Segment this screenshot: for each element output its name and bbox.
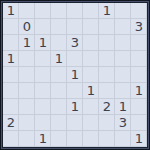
cell-r5c1[interactable] (19, 83, 35, 99)
cell-r2c6[interactable] (99, 35, 115, 51)
board-frame: 1103113111111212311 (0, 0, 150, 150)
cell-r7c8[interactable] (131, 115, 147, 131)
cell-r8c7[interactable] (115, 131, 131, 147)
cell-r4c0[interactable] (3, 67, 19, 83)
clue-cell-r3c0[interactable]: 1 (3, 51, 19, 67)
cell-r1c7[interactable] (115, 19, 131, 35)
cell-r3c8[interactable] (131, 51, 147, 67)
cell-r1c3[interactable] (51, 19, 67, 35)
cell-r6c0[interactable] (3, 99, 19, 115)
clue-cell-r2c1[interactable]: 1 (19, 35, 35, 51)
clue-cell-r0c0[interactable]: 1 (3, 3, 19, 19)
clue-cell-r7c7[interactable]: 3 (115, 115, 131, 131)
cell-r4c2[interactable] (35, 67, 51, 83)
clue-cell-r1c8[interactable]: 3 (131, 19, 147, 35)
cell-r3c7[interactable] (115, 51, 131, 67)
cell-r7c4[interactable] (67, 115, 83, 131)
cell-r4c5[interactable] (83, 67, 99, 83)
cell-r7c1[interactable] (19, 115, 35, 131)
cell-r6c3[interactable] (51, 99, 67, 115)
clue-cell-r3c3[interactable]: 1 (51, 51, 67, 67)
cell-r0c8[interactable] (131, 3, 147, 19)
cell-r6c8[interactable] (131, 99, 147, 115)
cell-r7c6[interactable] (99, 115, 115, 131)
cell-r6c2[interactable] (35, 99, 51, 115)
cell-r8c1[interactable] (19, 131, 35, 147)
cell-r4c7[interactable] (115, 67, 131, 83)
cell-r2c0[interactable] (3, 35, 19, 51)
clue-cell-r4c4[interactable]: 1 (67, 67, 83, 83)
clue-cell-r6c4[interactable]: 1 (67, 99, 83, 115)
cell-r1c5[interactable] (83, 19, 99, 35)
cell-r0c7[interactable] (115, 3, 131, 19)
clue-cell-r8c2[interactable]: 1 (35, 131, 51, 147)
cell-r8c5[interactable] (83, 131, 99, 147)
cell-r8c3[interactable] (51, 131, 67, 147)
cell-r5c3[interactable] (51, 83, 67, 99)
cell-r8c0[interactable] (3, 131, 19, 147)
clue-cell-r1c1[interactable]: 0 (19, 19, 35, 35)
cell-r4c3[interactable] (51, 67, 67, 83)
cell-r1c2[interactable] (35, 19, 51, 35)
cell-r2c5[interactable] (83, 35, 99, 51)
cell-r8c6[interactable] (99, 131, 115, 147)
clue-cell-r6c7[interactable]: 1 (115, 99, 131, 115)
cell-r0c5[interactable] (83, 3, 99, 19)
cell-r3c5[interactable] (83, 51, 99, 67)
cell-r5c6[interactable] (99, 83, 115, 99)
cell-r4c1[interactable] (19, 67, 35, 83)
cell-r3c6[interactable] (99, 51, 115, 67)
cell-r5c7[interactable] (115, 83, 131, 99)
clue-cell-r7c0[interactable]: 2 (3, 115, 19, 131)
clue-cell-r2c2[interactable]: 1 (35, 35, 51, 51)
cell-r4c8[interactable] (131, 67, 147, 83)
cell-r1c0[interactable] (3, 19, 19, 35)
cell-r1c4[interactable] (67, 19, 83, 35)
cell-r7c5[interactable] (83, 115, 99, 131)
board-frame-inner: 1103113111111212311 (2, 2, 148, 148)
cell-r0c1[interactable] (19, 3, 35, 19)
cell-r3c1[interactable] (19, 51, 35, 67)
cell-r0c3[interactable] (51, 3, 67, 19)
cell-r3c2[interactable] (35, 51, 51, 67)
clue-cell-r8c8[interactable]: 1 (131, 131, 147, 147)
cell-r8c4[interactable] (67, 131, 83, 147)
cell-r0c2[interactable] (35, 3, 51, 19)
clue-cell-r5c5[interactable]: 1 (83, 83, 99, 99)
cell-r7c2[interactable] (35, 115, 51, 131)
board-frame-stripe: 1103113111111212311 (1, 1, 149, 149)
cell-r2c8[interactable] (131, 35, 147, 51)
cell-r4c6[interactable] (99, 67, 115, 83)
clue-cell-r2c4[interactable]: 3 (67, 35, 83, 51)
cell-r5c4[interactable] (67, 83, 83, 99)
clue-cell-r6c6[interactable]: 2 (99, 99, 115, 115)
clue-cell-r5c8[interactable]: 1 (131, 83, 147, 99)
cell-r5c2[interactable] (35, 83, 51, 99)
board: 1103113111111212311 (3, 3, 147, 147)
cell-r6c1[interactable] (19, 99, 35, 115)
cell-r6c5[interactable] (83, 99, 99, 115)
cell-r7c3[interactable] (51, 115, 67, 131)
cell-r2c3[interactable] (51, 35, 67, 51)
cell-r0c4[interactable] (67, 3, 83, 19)
cell-r1c6[interactable] (99, 19, 115, 35)
clue-cell-r0c6[interactable]: 1 (99, 3, 115, 19)
cell-r2c7[interactable] (115, 35, 131, 51)
cell-r5c0[interactable] (3, 83, 19, 99)
cell-r3c4[interactable] (67, 51, 83, 67)
